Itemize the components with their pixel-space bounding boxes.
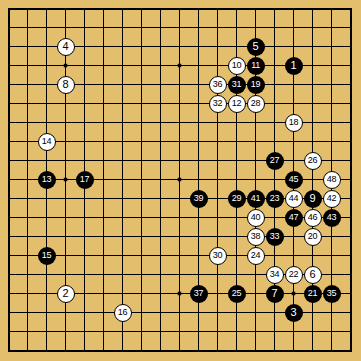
stone-black-39-L9: 39 (190, 190, 208, 208)
stone-black-33-P7: 33 (266, 228, 284, 246)
stone-white-36-M15: 36 (209, 76, 227, 94)
stone-white-8-D15: 8 (57, 76, 75, 94)
stones-layer: 1234567891011121314151617181920212223242… (0, 0, 360, 360)
stone-black-13-C10: 13 (38, 171, 56, 189)
stone-black-35-S4: 35 (323, 285, 341, 303)
stone-black-31-N15: 31 (228, 76, 246, 94)
stone-white-40-O8: 40 (247, 209, 265, 227)
stone-black-9-R9: 9 (304, 190, 322, 208)
stone-white-32-M14: 32 (209, 95, 227, 113)
stone-white-38-O7: 38 (247, 228, 265, 246)
stone-black-17-E10: 17 (76, 171, 94, 189)
stone-black-29-N9: 29 (228, 190, 246, 208)
stone-white-42-S9: 42 (323, 190, 341, 208)
stone-black-5-O17: 5 (247, 38, 265, 56)
stone-white-6-R5: 6 (304, 266, 322, 284)
stone-white-2-D4: 2 (57, 285, 75, 303)
stone-black-19-O15: 19 (247, 76, 265, 94)
stone-white-18-Q13: 18 (285, 114, 303, 132)
stone-black-27-P11: 27 (266, 152, 284, 170)
stone-black-25-N4: 25 (228, 285, 246, 303)
stone-black-15-C6: 15 (38, 247, 56, 265)
stone-white-48-S10: 48 (323, 171, 341, 189)
stone-white-28-O14: 28 (247, 95, 265, 113)
stone-black-3-Q3: 3 (285, 304, 303, 322)
stone-black-47-Q8: 47 (285, 209, 303, 227)
stone-white-12-N14: 12 (228, 95, 246, 113)
stone-black-41-O9: 41 (247, 190, 265, 208)
stone-white-34-P5: 34 (266, 266, 284, 284)
stone-white-26-R11: 26 (304, 152, 322, 170)
stone-black-11-O16: 11 (247, 57, 265, 75)
stone-white-30-M6: 30 (209, 247, 227, 265)
stone-black-7-P4: 7 (266, 285, 284, 303)
stone-black-43-S8: 43 (323, 209, 341, 227)
stone-white-10-N16: 10 (228, 57, 246, 75)
stone-black-1-Q16: 1 (285, 57, 303, 75)
stone-white-20-R7: 20 (304, 228, 322, 246)
stone-white-4-D17: 4 (57, 38, 75, 56)
go-board[interactable]: 1234567891011121314151617181920212223242… (0, 0, 361, 361)
stone-white-46-R8: 46 (304, 209, 322, 227)
stone-black-21-R4: 21 (304, 285, 322, 303)
stone-white-24-O6: 24 (247, 247, 265, 265)
stone-white-14-C12: 14 (38, 133, 56, 151)
stone-black-45-Q10: 45 (285, 171, 303, 189)
stone-white-16-G3: 16 (114, 304, 132, 322)
stone-black-37-L4: 37 (190, 285, 208, 303)
stone-black-23-P9: 23 (266, 190, 284, 208)
stone-white-22-Q5: 22 (285, 266, 303, 284)
stone-white-44-Q9: 44 (285, 190, 303, 208)
